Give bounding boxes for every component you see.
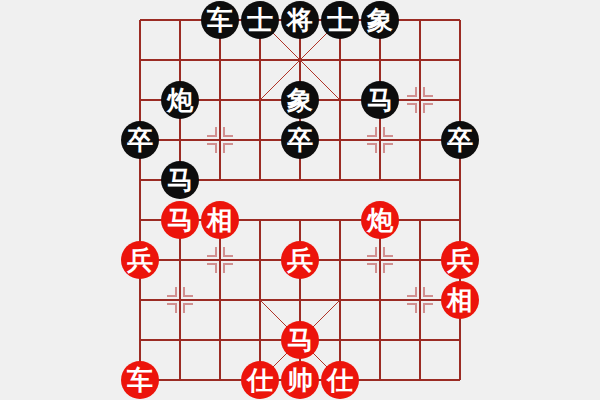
piece-black-e7[interactable]: 卒	[281, 121, 319, 159]
xiangqi-board[interactable]: 车士将士象炮象马卒卒卒马马相炮兵兵兵相马车仕帅仕	[0, 0, 600, 400]
piece-black-f10[interactable]: 士	[321, 1, 359, 39]
piece-red-b5[interactable]: 马	[161, 201, 199, 239]
piece-red-c5[interactable]: 相	[201, 201, 239, 239]
piece-red-e2[interactable]: 马	[281, 321, 319, 359]
piece-red-d1[interactable]: 仕	[241, 361, 279, 399]
piece-black-c10[interactable]: 车	[201, 1, 239, 39]
piece-black-e8[interactable]: 象	[281, 81, 319, 119]
piece-black-i7[interactable]: 卒	[441, 121, 479, 159]
piece-black-d10[interactable]: 士	[241, 1, 279, 39]
piece-black-b6[interactable]: 马	[161, 161, 199, 199]
piece-grid: 车士将士象炮象马卒卒卒马马相炮兵兵兵相马车仕帅仕	[120, 0, 480, 400]
piece-red-e4[interactable]: 兵	[281, 241, 319, 279]
piece-red-e1[interactable]: 帅	[281, 361, 319, 399]
piece-black-g10[interactable]: 象	[361, 1, 399, 39]
piece-red-a4[interactable]: 兵	[121, 241, 159, 279]
piece-black-a7[interactable]: 卒	[121, 121, 159, 159]
xiangqi-app: 车士将士象炮象马卒卒卒马马相炮兵兵兵相马车仕帅仕	[0, 0, 600, 400]
piece-black-e10[interactable]: 将	[281, 1, 319, 39]
piece-red-a1[interactable]: 车	[121, 361, 159, 399]
piece-red-f1[interactable]: 仕	[321, 361, 359, 399]
piece-red-i3[interactable]: 相	[441, 281, 479, 319]
piece-black-g8[interactable]: 马	[361, 81, 399, 119]
piece-black-b8[interactable]: 炮	[161, 81, 199, 119]
piece-red-i4[interactable]: 兵	[441, 241, 479, 279]
piece-red-g5[interactable]: 炮	[361, 201, 399, 239]
